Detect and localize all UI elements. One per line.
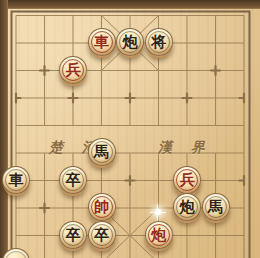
piece-black-horse-b[interactable]: 馬 [202,193,230,221]
piece-character: 車 [3,167,29,193]
piece-character: 兵 [174,167,200,193]
piece-character: 卒 [60,222,86,248]
piece-character [3,249,29,258]
piece-red-chariot[interactable]: 車 [88,28,116,56]
xiangqi-board: 楚 河 漢 界 車炮将兵馬車卒兵帥炮馬卒卒炮 [0,0,260,258]
piece-black-horse-a[interactable]: 馬 [88,138,116,166]
piece-character: 兵 [60,57,86,83]
piece-red-soldier-a[interactable]: 兵 [59,56,87,84]
piece-character: 馬 [89,139,115,165]
piece-layer: 車炮将兵馬車卒兵帥炮馬卒卒炮 [0,0,260,258]
piece-black-soldier-b[interactable]: 卒 [59,221,87,249]
piece-black-chariot[interactable]: 車 [2,166,30,194]
piece-character: 帥 [89,194,115,220]
piece-character: 馬 [203,194,229,220]
sparkle-highlight [155,209,161,215]
piece-red-general[interactable]: 帥 [88,193,116,221]
piece-black-general[interactable]: 将 [145,28,173,56]
piece-cutoff-piece[interactable] [2,248,30,258]
piece-character: 卒 [60,167,86,193]
piece-red-cannon[interactable]: 炮 [145,221,173,249]
piece-character: 車 [89,29,115,55]
piece-character: 将 [146,29,172,55]
piece-black-soldier-c[interactable]: 卒 [88,221,116,249]
piece-red-soldier-b[interactable]: 兵 [173,166,201,194]
piece-character: 卒 [89,222,115,248]
piece-black-cannon-b[interactable]: 炮 [173,193,201,221]
piece-character: 炮 [174,194,200,220]
piece-character: 炮 [146,222,172,248]
piece-black-soldier-a[interactable]: 卒 [59,166,87,194]
piece-black-cannon-a[interactable]: 炮 [116,28,144,56]
piece-character: 炮 [117,29,143,55]
